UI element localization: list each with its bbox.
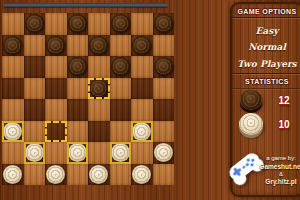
board-cell-r2c1[interactable] [24,56,46,78]
board-cell-r3c1 [24,78,46,100]
board-cell-r1c7 [153,35,175,57]
board-cell-r1c3 [67,35,89,57]
dark-piece[interactable] [46,36,65,55]
board-cell-r0c4 [88,13,110,35]
board-cell-r3c2[interactable] [45,78,67,100]
light-piece[interactable] [89,165,108,184]
board-cell-r7c2[interactable] [45,164,67,186]
board-cell-r7c3 [67,164,89,186]
board-cell-r7c4[interactable] [88,164,110,186]
board-cell-r0c6 [131,13,153,35]
board-cell-r1c6[interactable] [131,35,153,57]
credits-link-gameshut[interactable]: Gameshut.net [258,163,300,171]
board-cell-r7c6[interactable] [131,164,153,186]
dark-piece[interactable] [111,14,130,33]
board-cell-r6c7[interactable] [153,142,175,164]
board-cell-r7c0[interactable] [2,164,24,186]
credits-separator: & [258,171,300,179]
credits-prefix: a game by: [258,155,300,163]
board-cell-r3c4[interactable] [88,78,110,100]
light-piece[interactable] [25,143,44,162]
board-cell-r2c2 [45,56,67,78]
board-cell-r6c1[interactable] [24,142,46,164]
dark-piece[interactable] [89,79,108,98]
board-cell-r6c0 [2,142,24,164]
board-cell-r4c1[interactable] [24,99,46,121]
board-cell-r0c5[interactable] [110,13,132,35]
board-cell-r1c2[interactable] [45,35,67,57]
board-cell-r2c4 [88,56,110,78]
board-cell-r4c2 [45,99,67,121]
board-cell-r4c5[interactable] [110,99,132,121]
board-cell-r0c2 [45,13,67,35]
game-options-header: GAME OPTIONS [232,8,300,15]
board-cell-r4c7[interactable] [153,99,175,121]
dark-piece[interactable] [111,57,130,76]
board-cell-r2c6 [131,56,153,78]
board-cell-r7c5 [110,164,132,186]
credits-link-gryhitz[interactable]: Gry.hitz.pl [258,178,300,186]
light-piece[interactable] [132,165,151,184]
board-cell-r1c5 [110,35,132,57]
game-screen: GAME OPTIONS Easy Normal Two Players STA… [0,0,300,200]
board-cell-r5c6[interactable] [131,121,153,143]
light-piece[interactable] [3,165,22,184]
dark-piece[interactable] [25,14,44,33]
board-cell-r4c3[interactable] [67,99,89,121]
board-cell-r4c0 [2,99,24,121]
menu-item-easy[interactable]: Easy [232,25,300,37]
board-cell-r3c0[interactable] [2,78,24,100]
board-cell-r0c3[interactable] [67,13,89,35]
light-piece[interactable] [111,143,130,162]
dark-piece[interactable] [154,57,173,76]
statistics-header: STATISTICS [232,78,300,85]
board-cell-r7c1 [24,164,46,186]
board-cell-r2c3[interactable] [67,56,89,78]
board-cell-r3c5 [110,78,132,100]
dark-piece-stat-icon [240,90,262,110]
dark-piece-count: 12 [272,95,296,106]
light-piece[interactable] [46,165,65,184]
board-cell-r5c4[interactable] [88,121,110,143]
board-cell-r2c5[interactable] [110,56,132,78]
board-cell-r3c6[interactable] [131,78,153,100]
board-cell-r5c0[interactable] [2,121,24,143]
separator [232,88,300,89]
board-cell-r7c7 [153,164,175,186]
dark-piece[interactable] [89,36,108,55]
light-piece[interactable] [68,143,87,162]
board-cell-r4c6 [131,99,153,121]
board-cell-r6c4 [88,142,110,164]
board-cell-r5c3 [67,121,89,143]
board-cell-r2c7[interactable] [153,56,175,78]
dark-piece[interactable] [132,36,151,55]
light-piece[interactable] [154,143,173,162]
dark-piece[interactable] [68,57,87,76]
board-cell-r6c3[interactable] [67,142,89,164]
light-piece[interactable] [3,122,22,141]
dark-piece[interactable] [68,14,87,33]
board-cell-r5c2[interactable] [45,121,67,143]
board-cell-r1c1 [24,35,46,57]
light-piece-count: 10 [272,119,296,130]
board-cell-r1c0[interactable] [2,35,24,57]
board [2,13,174,185]
board-cell-r6c6 [131,142,153,164]
dark-piece[interactable] [154,14,173,33]
separator [232,17,300,18]
board-cell-r3c7 [153,78,175,100]
menu-item-two-players[interactable]: Two Players [232,58,300,70]
board-cell-r5c5 [110,121,132,143]
board-cell-r0c1[interactable] [24,13,46,35]
board-cell-r6c5[interactable] [110,142,132,164]
credits: a game by: Gameshut.net & Gry.hitz.pl [258,155,300,186]
board-cell-r5c7 [153,121,175,143]
board-cell-r0c0 [2,13,24,35]
board-cell-r4c4 [88,99,110,121]
timer-bar [3,3,168,7]
dark-piece[interactable] [3,36,22,55]
sidebar-panel: GAME OPTIONS Easy Normal Two Players STA… [230,2,300,197]
board-cell-r0c7[interactable] [153,13,175,35]
board-cell-r6c2 [45,142,67,164]
board-cell-r5c1 [24,121,46,143]
board-cell-r2c0 [2,56,24,78]
light-piece[interactable] [132,122,151,141]
board-cell-r3c3 [67,78,89,100]
menu-item-normal[interactable]: Normal [232,41,300,53]
board-cell-r1c4[interactable] [88,35,110,57]
separator [232,73,300,74]
light-piece-stat-icon [239,113,263,135]
